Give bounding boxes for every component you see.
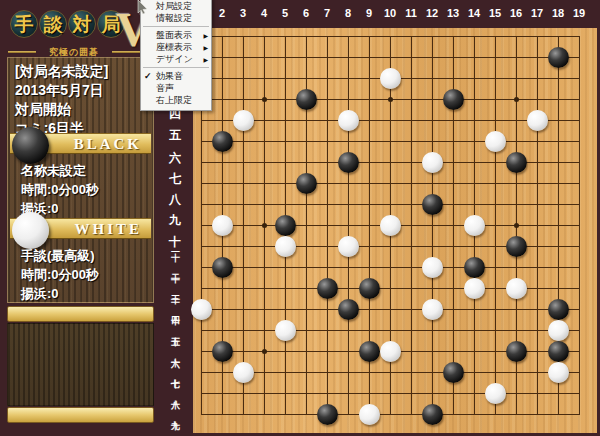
column-label: 16 — [506, 3, 527, 24]
black-stone[interactable] — [359, 341, 380, 362]
column-label: 7 — [317, 3, 338, 24]
black-stone[interactable] — [296, 89, 317, 110]
menu-item-info-settings[interactable]: 情報設定 — [141, 12, 211, 24]
column-label: 18 — [548, 3, 569, 24]
column-label: 4 — [254, 3, 275, 24]
black-stone-icon — [12, 127, 49, 164]
white-stone[interactable] — [422, 299, 443, 320]
logo-tile-2: 談 — [39, 10, 67, 38]
black-stone[interactable] — [212, 257, 233, 278]
column-label: 6 — [296, 3, 317, 24]
black-stone[interactable] — [422, 404, 443, 425]
black-stone[interactable] — [506, 341, 527, 362]
white-stone[interactable] — [275, 320, 296, 341]
column-label: 15 — [485, 3, 506, 24]
black-stone[interactable] — [212, 341, 233, 362]
menu-item-label: 座標表示 — [156, 42, 192, 52]
black-stone[interactable] — [338, 152, 359, 173]
menu-item-sound-effects[interactable]: ✓ 効果音 — [141, 70, 211, 82]
menu-item-game-settings[interactable]: 対局設定 — [141, 0, 211, 12]
checkmark-icon: ✓ — [144, 70, 152, 82]
black-stone[interactable] — [296, 173, 317, 194]
black-stone[interactable] — [464, 257, 485, 278]
star-point — [262, 223, 267, 228]
white-stone[interactable] — [233, 110, 254, 131]
logo-tile-1: 手 — [10, 10, 38, 38]
message-bar-top — [7, 306, 154, 322]
row-label: 九 — [157, 194, 193, 215]
star-point — [262, 349, 267, 354]
white-stone[interactable] — [212, 215, 233, 236]
star-point — [514, 97, 519, 102]
column-label: 17 — [527, 3, 548, 24]
black-stone[interactable] — [317, 404, 338, 425]
column-label: 14 — [464, 3, 485, 24]
column-label: 11 — [401, 3, 422, 24]
white-player-info: 手談(最高級) 時間:0分00秒 揚浜:0 — [21, 246, 99, 303]
black-player-time: 時間:0分00秒 — [21, 180, 99, 199]
top-coordinate-strip: 12345678910111213141516171819 — [157, 0, 600, 28]
menu-item-label: 盤面表示 — [156, 30, 192, 40]
row-label: 五 — [157, 110, 193, 131]
white-player-name: 手談(最高級) — [21, 246, 99, 265]
menu-item-label: 対局設定 — [156, 1, 192, 11]
row-label: 十四 — [157, 299, 193, 320]
info-panel: [対局名未設定] 2013年5月7日 対局開始 コミ:6目半 BLACK 名称未… — [7, 57, 154, 303]
black-stone[interactable] — [548, 299, 569, 320]
black-player-name: 名称未設定 — [21, 161, 99, 180]
white-stone[interactable] — [485, 131, 506, 152]
star-point — [514, 223, 519, 228]
go-board[interactable] — [193, 28, 597, 433]
row-label: 十三 — [157, 278, 193, 299]
white-stone[interactable] — [485, 383, 506, 404]
row-label: 十 — [157, 215, 193, 236]
black-stone[interactable] — [506, 152, 527, 173]
white-stone[interactable] — [275, 236, 296, 257]
black-stone[interactable] — [212, 131, 233, 152]
column-label: 9 — [359, 3, 380, 24]
white-stone[interactable] — [422, 257, 443, 278]
column-label: 13 — [443, 3, 464, 24]
row-label: 十二 — [157, 257, 193, 278]
black-stone[interactable] — [548, 341, 569, 362]
menu-item-label: 右上限定 — [156, 95, 192, 105]
white-player-time: 時間:0分00秒 — [21, 265, 99, 284]
black-stone[interactable] — [506, 236, 527, 257]
menu-separator — [143, 67, 209, 68]
white-stone[interactable] — [380, 215, 401, 236]
logo-tile-3: 対 — [68, 10, 96, 38]
menu-item-coordinate-display[interactable]: 座標表示 ▶ — [141, 41, 211, 53]
white-stone[interactable] — [548, 320, 569, 341]
black-stone[interactable] — [422, 194, 443, 215]
black-stone[interactable] — [548, 47, 569, 68]
game-title: [対局名未設定] — [15, 62, 108, 81]
submenu-arrow-icon: ▶ — [203, 54, 208, 66]
menu-separator — [143, 26, 209, 27]
game-date: 2013年5月7日 — [15, 81, 108, 100]
column-label: 8 — [338, 3, 359, 24]
row-label: 十七 — [157, 362, 193, 383]
white-stone[interactable] — [464, 215, 485, 236]
black-stone[interactable] — [275, 215, 296, 236]
column-label: 3 — [233, 3, 254, 24]
black-stone[interactable] — [317, 278, 338, 299]
white-stone[interactable] — [506, 278, 527, 299]
black-stone[interactable] — [443, 362, 464, 383]
row-label: 十一 — [157, 236, 193, 257]
white-stone[interactable] — [527, 110, 548, 131]
row-label: 十六 — [157, 341, 193, 362]
context-menu: 対局設定 情報設定 盤面表示 ▶ 座標表示 ▶ デザイン ▶ ✓ 効果音 音声 … — [140, 0, 212, 111]
white-stone[interactable] — [380, 341, 401, 362]
black-stone[interactable] — [338, 299, 359, 320]
black-stone[interactable] — [359, 278, 380, 299]
white-stone[interactable] — [548, 362, 569, 383]
column-label: 2 — [212, 3, 233, 24]
column-label: 5 — [275, 3, 296, 24]
menu-item-upper-right-limit[interactable]: 右上限定 — [141, 94, 211, 106]
star-point — [388, 97, 393, 102]
white-stone[interactable] — [422, 152, 443, 173]
column-label: 10 — [380, 3, 401, 24]
black-player-info: 名称未設定 時間:0分00秒 揚浜:0 — [21, 161, 99, 218]
white-stone[interactable] — [338, 236, 359, 257]
white-stone[interactable] — [338, 110, 359, 131]
menu-item-label: 音声 — [156, 83, 174, 93]
row-label: 十八 — [157, 383, 193, 404]
star-point — [262, 97, 267, 102]
row-label: 十九 — [157, 404, 193, 425]
row-label: 十五 — [157, 320, 193, 341]
app-window: 手 談 対 局 V 究極の囲碁 [対局名未設定] 2013年5月7日 対局開始 … — [0, 0, 600, 436]
menu-item-board-display[interactable]: 盤面表示 ▶ — [141, 29, 211, 41]
row-label: 八 — [157, 173, 193, 194]
app-logo: 手 談 対 局 V 究極の囲碁 — [4, 8, 154, 58]
white-stone[interactable] — [464, 278, 485, 299]
sidebar: 手 談 対 局 V 究極の囲碁 [対局名未設定] 2013年5月7日 対局開始 … — [0, 0, 157, 436]
column-label: 19 — [569, 3, 590, 24]
white-stone[interactable] — [191, 299, 212, 320]
column-label: 12 — [422, 3, 443, 24]
black-stone[interactable] — [443, 89, 464, 110]
mouse-cursor-icon — [137, 0, 148, 18]
white-stone-icon — [12, 212, 49, 249]
row-label: 七 — [157, 152, 193, 173]
row-label: 六 — [157, 131, 193, 152]
white-stone[interactable] — [359, 404, 380, 425]
white-stone[interactable] — [380, 68, 401, 89]
menu-item-design[interactable]: デザイン ▶ — [141, 53, 211, 65]
message-log-panel — [7, 323, 154, 406]
white-stone[interactable] — [233, 362, 254, 383]
menu-item-label: デザイン — [156, 54, 193, 64]
white-player-captures: 揚浜:0 — [21, 284, 99, 303]
game-status: 対局開始 — [15, 100, 108, 119]
menu-item-label: 効果音 — [156, 71, 183, 81]
message-bar-bottom — [7, 407, 154, 423]
menu-item-voice[interactable]: 音声 — [141, 82, 211, 94]
menu-item-label: 情報設定 — [156, 13, 192, 23]
